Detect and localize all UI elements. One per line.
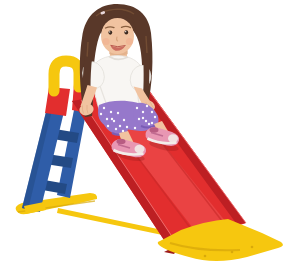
run-out-stud <box>231 251 234 254</box>
shoe-toe-cap <box>168 134 178 142</box>
run-out-stud <box>204 255 207 258</box>
child-eye <box>108 30 112 34</box>
product-photo <box>0 0 285 270</box>
run-out-stud <box>251 246 254 249</box>
child-cheek-blush <box>102 38 109 45</box>
shoe-toe-cap <box>135 145 145 153</box>
child-cheek-blush <box>126 38 133 45</box>
child-eye <box>124 30 128 34</box>
shoe-opening <box>150 127 159 133</box>
eye-glint <box>125 31 126 32</box>
shoe-opening <box>117 139 126 145</box>
eye-glint <box>109 31 110 32</box>
